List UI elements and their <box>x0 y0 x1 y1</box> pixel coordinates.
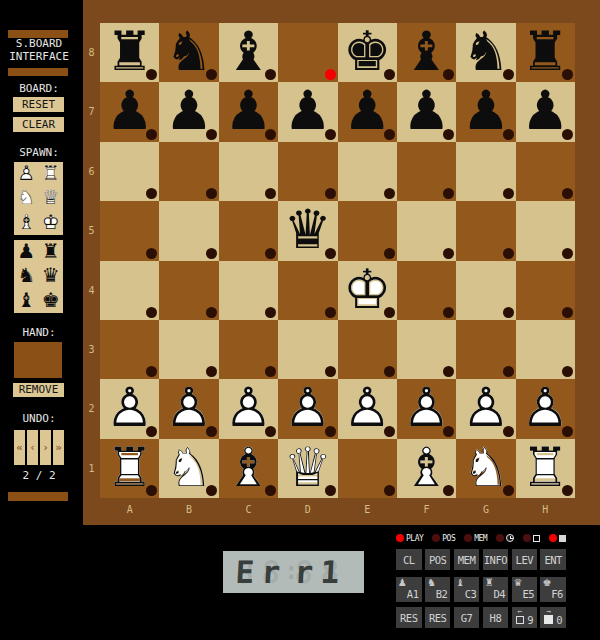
key-e5-button[interactable]: ♛E5 <box>512 577 538 602</box>
square-d7[interactable]: ♟ <box>278 82 337 141</box>
key-a1-button[interactable]: ♟A1 <box>396 577 422 602</box>
square-c2[interactable]: ♟♙ <box>219 379 278 438</box>
redo-forward-button[interactable]: › <box>40 430 51 465</box>
spawn-black-pieces: ♟♜♞♛♝♚ <box>14 240 63 313</box>
file-label-a: A <box>100 502 159 518</box>
square-b1[interactable]: ♞♘ <box>159 439 218 498</box>
square-led-b6 <box>206 188 217 199</box>
led-icon <box>396 534 404 542</box>
spawn-black-king-button[interactable]: ♚ <box>39 289 64 313</box>
key-label: B2 <box>436 588 448 600</box>
square-led-h4 <box>562 307 573 318</box>
square-led-h6 <box>562 188 573 199</box>
square-a1[interactable]: ♜♖ <box>100 439 159 498</box>
square-h1[interactable]: ♜♖ <box>516 439 575 498</box>
square-b8[interactable]: ♞ <box>159 23 218 82</box>
key-c3-button[interactable]: ♝C3 <box>454 577 480 602</box>
clock-icon <box>506 534 514 542</box>
redo-last-button[interactable]: » <box>53 430 64 465</box>
square-led-a3 <box>146 366 157 377</box>
square-e1[interactable] <box>338 439 397 498</box>
indicator-label: POS <box>442 534 455 543</box>
white-rook: ♜♖ <box>39 162 64 186</box>
file-label-b: B <box>159 502 218 518</box>
square-d3[interactable] <box>278 320 337 379</box>
lcd-digit-2: 8r <box>258 555 284 589</box>
spawn-white-queen-button[interactable]: ♛♕ <box>39 186 64 210</box>
white-king: ♚♔ <box>39 211 64 235</box>
lcd-digit-4: 81 <box>317 555 343 589</box>
black-bishop: ♝ <box>14 289 39 313</box>
lcd-display: 8E8r:8r81 <box>223 551 364 593</box>
key-g7-button[interactable]: G7 <box>454 607 480 628</box>
square-f5[interactable] <box>397 201 456 260</box>
square-led-c7 <box>265 129 276 140</box>
indicator-square-outline-icon <box>523 534 540 542</box>
square-led-d6 <box>325 188 336 199</box>
rank-label-5: 5 <box>83 225 100 236</box>
square-led-g6 <box>503 188 514 199</box>
square-f1[interactable]: ♝♗ <box>397 439 456 498</box>
square-c4[interactable] <box>219 261 278 320</box>
square-led-f6 <box>443 188 454 199</box>
square-b6[interactable] <box>159 142 218 201</box>
square-b4[interactable] <box>159 261 218 320</box>
square-led-b2 <box>206 426 217 437</box>
square-led-g4 <box>503 307 514 318</box>
square-e7[interactable]: ♟ <box>338 82 397 141</box>
square-e8[interactable]: ♚ <box>338 23 397 82</box>
square-led-d1 <box>325 485 336 496</box>
square-led-g2 <box>503 426 514 437</box>
square-outline-icon <box>533 535 540 542</box>
lcd-digit-3: 8r <box>291 555 317 589</box>
square-e6[interactable] <box>338 142 397 201</box>
square-led-e5 <box>384 248 395 259</box>
spawn-white-king-button[interactable]: ♚♔ <box>39 211 64 235</box>
square-led-e7 <box>384 129 395 140</box>
led-icon <box>432 534 440 542</box>
square-c3[interactable] <box>219 320 278 379</box>
square-led-h7 <box>562 129 573 140</box>
square-led-f3 <box>443 366 454 377</box>
white-queen: ♛♕ <box>39 186 64 210</box>
pawn-icon: ♟ <box>398 577 406 588</box>
square-led-e6 <box>384 188 395 199</box>
white-knight: ♞♘ <box>14 186 39 210</box>
square-led-f4 <box>443 307 454 318</box>
square-led-d5 <box>325 248 336 259</box>
square-d1[interactable]: ♛♕ <box>278 439 337 498</box>
indicator-label: MEM <box>474 534 487 543</box>
rank-label-6: 6 <box>83 166 100 177</box>
square-h2[interactable]: ♟♙ <box>516 379 575 438</box>
square-c7[interactable]: ♟ <box>219 82 278 141</box>
spawn-white-pawn-button[interactable]: ♟♙ <box>14 162 39 186</box>
key-b2-button[interactable]: ♞B2 <box>425 577 451 602</box>
lcd-digit-1: 8E <box>232 555 258 589</box>
undo-first-button[interactable]: « <box>14 430 25 465</box>
square-a4[interactable] <box>100 261 159 320</box>
key-info-button[interactable]: INFO <box>483 549 509 570</box>
indicator-play: PLAY <box>396 534 423 543</box>
file-label-d: D <box>278 502 337 518</box>
sboard-interface-app: S.BOARD INTERFACE BOARD: RESET CLEAR SPA… <box>0 0 600 640</box>
square-led-a4 <box>146 307 157 318</box>
square-led-h3 <box>562 366 573 377</box>
square-f8[interactable]: ♝ <box>397 23 456 82</box>
key-label: E5 <box>522 588 534 600</box>
key-ent-button[interactable]: ENT <box>540 549 566 570</box>
square-c1[interactable]: ♝♗ <box>219 439 278 498</box>
square-c5[interactable] <box>219 201 278 260</box>
rook-icon: ♜ <box>485 577 493 588</box>
square-g2[interactable]: ♟♙ <box>456 379 515 438</box>
square-h4[interactable] <box>516 261 575 320</box>
king-icon: ♚ <box>542 577 550 588</box>
key-d4-button[interactable]: ♜D4 <box>483 577 509 602</box>
spawn-black-queen-button[interactable]: ♛ <box>39 264 64 288</box>
undo-controls: «‹›» <box>14 430 64 465</box>
square-g4[interactable] <box>456 261 515 320</box>
square-e5[interactable] <box>338 201 397 260</box>
rank-label-1: 1 <box>83 463 100 474</box>
square-led-e3 <box>384 366 395 377</box>
led-icon <box>523 534 531 542</box>
key-9-button[interactable]: ←9 <box>512 607 538 628</box>
file-label-g: G <box>456 502 515 518</box>
square-led-d3 <box>325 366 336 377</box>
rank-label-4: 4 <box>83 285 100 296</box>
file-label-h: H <box>516 502 575 518</box>
spawn-white-pieces: ♟♙♜♖♞♘♛♕♝♗♚♔ <box>14 162 63 235</box>
square-a6[interactable] <box>100 142 159 201</box>
square-d6[interactable] <box>278 142 337 201</box>
queen-icon: ♛ <box>514 577 522 588</box>
square-a2[interactable]: ♟♙ <box>100 379 159 438</box>
reset-button[interactable]: RESET <box>13 97 64 112</box>
square-led-d7 <box>325 129 336 140</box>
key-lev-button[interactable]: LEV <box>512 549 538 570</box>
knight-icon: ♞ <box>427 577 435 588</box>
control-panel: 8E8r:8r81 PLAYPOSMEM CLPOSMEMINFOLEVENT … <box>0 525 600 640</box>
bishop-icon: ♝ <box>456 577 464 588</box>
square-filled-icon <box>559 535 566 542</box>
black-queen: ♛ <box>39 264 64 288</box>
square-led-d8 <box>325 69 336 80</box>
indicator-square-filled-icon <box>549 534 566 542</box>
square-led-f5 <box>443 248 454 259</box>
file-label-e: E <box>338 502 397 518</box>
square-g8[interactable]: ♞ <box>456 23 515 82</box>
led-icon <box>549 534 557 542</box>
square-filled-icon <box>544 615 553 624</box>
key-label: D4 <box>494 588 506 600</box>
square-led-g3 <box>503 366 514 377</box>
square-led-c3 <box>265 366 276 377</box>
indicator-pos: POS <box>432 534 455 543</box>
square-g7[interactable]: ♟ <box>456 82 515 141</box>
square-e4[interactable]: ♚♔ <box>338 261 397 320</box>
key-label: 0 <box>556 614 562 626</box>
spawn-white-bishop-button[interactable]: ♝♗ <box>14 211 39 235</box>
square-led-b1 <box>206 485 217 496</box>
divider-bar <box>8 492 68 501</box>
spawn-black-pawn-button[interactable]: ♟ <box>14 240 39 264</box>
indicator-clock-icon <box>496 534 514 542</box>
file-label-f: F <box>397 502 456 518</box>
led-icon <box>496 534 504 542</box>
square-h6[interactable] <box>516 142 575 201</box>
square-g6[interactable] <box>456 142 515 201</box>
square-d8[interactable] <box>278 23 337 82</box>
board-section-label: BOARD: <box>0 82 78 95</box>
square-f2[interactable]: ♟♙ <box>397 379 456 438</box>
spawn-white-knight-button[interactable]: ♞♘ <box>14 186 39 210</box>
square-led-h1 <box>562 485 573 496</box>
status-indicators: PLAYPOSMEM <box>396 533 570 543</box>
square-c8[interactable]: ♝ <box>219 23 278 82</box>
undo-status: 2 / 2 <box>0 469 78 482</box>
square-led-c2 <box>265 426 276 437</box>
square-a7[interactable]: ♟ <box>100 82 159 141</box>
square-g3[interactable] <box>456 320 515 379</box>
square-c6[interactable] <box>219 142 278 201</box>
square-led-e4 <box>384 307 395 318</box>
square-d4[interactable] <box>278 261 337 320</box>
key-label: A1 <box>407 588 419 600</box>
chess-board: 87654321 ♜♞♝♚♝♞♜♟♟♟♟♟♟♟♟♛♚♔♟♙♟♙♟♙♟♙♟♙♟♙♟… <box>83 0 600 525</box>
keypad-row-2: ♟A1♞B2♝C3♜D4♛E5♚F6 <box>396 577 570 602</box>
key-h8-button[interactable]: H8 <box>483 607 509 628</box>
key-label: C3 <box>465 588 477 600</box>
square-a8[interactable]: ♜ <box>100 23 159 82</box>
square-led-c4 <box>265 307 276 318</box>
rank-label-7: 7 <box>83 106 100 117</box>
square-outline-icon <box>516 616 524 624</box>
square-d5[interactable]: ♛ <box>278 201 337 260</box>
square-led-c6 <box>265 188 276 199</box>
square-led-g8 <box>503 69 514 80</box>
square-led-a5 <box>146 248 157 259</box>
clear-button[interactable]: CLEAR <box>13 117 64 132</box>
square-b2[interactable]: ♟♙ <box>159 379 218 438</box>
key-res-1-button[interactable]: RES <box>396 607 422 628</box>
white-bishop: ♝♗ <box>14 211 39 235</box>
square-a3[interactable] <box>100 320 159 379</box>
square-led-a2 <box>146 426 157 437</box>
square-e3[interactable] <box>338 320 397 379</box>
square-led-b4 <box>206 307 217 318</box>
undo-section-label: UNDO: <box>0 412 78 425</box>
square-b5[interactable] <box>159 201 218 260</box>
square-d2[interactable]: ♟♙ <box>278 379 337 438</box>
divider-bar <box>8 68 68 76</box>
square-led-h5 <box>562 248 573 259</box>
black-king: ♚ <box>39 289 64 313</box>
key-label: 9 <box>527 614 533 626</box>
square-f4[interactable] <box>397 261 456 320</box>
key-cl-button[interactable]: CL <box>396 549 422 570</box>
square-led-b3 <box>206 366 217 377</box>
square-h7[interactable]: ♟ <box>516 82 575 141</box>
hand-section-label: HAND: <box>0 326 78 339</box>
square-led-f2 <box>443 426 454 437</box>
square-led-c5 <box>265 248 276 259</box>
board-squares: ♜♞♝♚♝♞♜♟♟♟♟♟♟♟♟♛♚♔♟♙♟♙♟♙♟♙♟♙♟♙♟♙♟♙♜♖♞♘♝♗… <box>100 23 575 498</box>
app-title-line2: INTERFACE <box>0 50 78 63</box>
file-label-c: C <box>219 502 278 518</box>
square-f6[interactable] <box>397 142 456 201</box>
square-g5[interactable] <box>456 201 515 260</box>
black-knight: ♞ <box>14 264 39 288</box>
led-icon <box>464 534 472 542</box>
black-pawn: ♟ <box>14 240 39 264</box>
file-labels: ABCDEFGH <box>100 502 575 518</box>
undo-back-button[interactable]: ‹ <box>27 430 38 465</box>
square-f7[interactable]: ♟ <box>397 82 456 141</box>
indicator-label: PLAY <box>406 534 423 543</box>
key-res-2-button[interactable]: RES <box>425 607 451 628</box>
square-led-d4 <box>325 307 336 318</box>
square-e2[interactable]: ♟♙ <box>338 379 397 438</box>
remove-button[interactable]: REMOVE <box>13 383 64 397</box>
square-a5[interactable] <box>100 201 159 260</box>
square-f3[interactable] <box>397 320 456 379</box>
spawn-black-bishop-button[interactable]: ♝ <box>14 289 39 313</box>
spawn-white-rook-button[interactable]: ♜♖ <box>39 162 64 186</box>
key-label: F6 <box>551 588 563 600</box>
square-led-e1 <box>384 485 395 496</box>
square-led-g5 <box>503 248 514 259</box>
square-led-d2 <box>325 426 336 437</box>
square-led-a6 <box>146 188 157 199</box>
spawn-black-rook-button[interactable]: ♜ <box>39 240 64 264</box>
keypad-row-3: RESRESG7H8←9→0 <box>396 607 570 628</box>
square-led-h2 <box>562 426 573 437</box>
square-led-g7 <box>503 129 514 140</box>
spawn-section-label: SPAWN: <box>0 146 78 159</box>
square-g1[interactable]: ♞♘ <box>456 439 515 498</box>
key-f6-button[interactable]: ♚F6 <box>540 577 566 602</box>
square-led-b5 <box>206 248 217 259</box>
square-h3[interactable] <box>516 320 575 379</box>
key-mem-button[interactable]: MEM <box>454 549 480 570</box>
square-led-b7 <box>206 129 217 140</box>
square-led-e2 <box>384 426 395 437</box>
arrow-left-icon: ← <box>518 607 522 616</box>
white-pawn: ♟♙ <box>14 162 39 186</box>
square-led-g1 <box>503 485 514 496</box>
key-0-button[interactable]: →0 <box>540 607 566 628</box>
indicator-mem: MEM <box>464 534 487 543</box>
hand-slot[interactable] <box>14 342 62 378</box>
square-b7[interactable]: ♟ <box>159 82 218 141</box>
keypad-row-1: CLPOSMEMINFOLEVENT <box>396 549 570 570</box>
app-title-line1: S.BOARD <box>0 37 78 50</box>
square-b3[interactable] <box>159 320 218 379</box>
square-led-f7 <box>443 129 454 140</box>
rank-label-3: 3 <box>83 344 100 355</box>
key-pos-button[interactable]: POS <box>425 549 451 570</box>
square-h8[interactable]: ♜ <box>516 23 575 82</box>
square-h5[interactable] <box>516 201 575 260</box>
black-rook: ♜ <box>39 240 64 264</box>
rank-label-8: 8 <box>83 47 100 58</box>
spawn-black-knight-button[interactable]: ♞ <box>14 264 39 288</box>
rank-label-2: 2 <box>83 403 100 414</box>
